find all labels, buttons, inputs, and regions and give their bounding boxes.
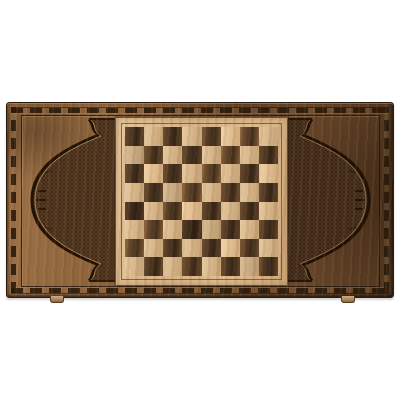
- board-square: [163, 239, 182, 258]
- board-square: [202, 164, 221, 183]
- board-square: [163, 127, 182, 146]
- board-square: [182, 146, 201, 165]
- board-square: [125, 164, 144, 183]
- board-square: [125, 127, 144, 146]
- board-square: [221, 183, 240, 202]
- board-square: [202, 220, 221, 239]
- board-square: [221, 239, 240, 258]
- board-square: [240, 146, 259, 165]
- right-arch-carving: [286, 119, 369, 281]
- board-square: [144, 183, 163, 202]
- board-square: [221, 257, 240, 276]
- board-square: [259, 127, 278, 146]
- board-square: [125, 220, 144, 239]
- board-square: [125, 202, 144, 221]
- board-square: [259, 146, 278, 165]
- board-square: [240, 202, 259, 221]
- board-square: [182, 257, 201, 276]
- board-square: [259, 257, 278, 276]
- right-arch-panel: [286, 103, 393, 297]
- board-square: [240, 239, 259, 258]
- board-square: [221, 220, 240, 239]
- board-square: [182, 202, 201, 221]
- board-square: [259, 202, 278, 221]
- board-square: [144, 164, 163, 183]
- board-square: [163, 164, 182, 183]
- left-foot: [50, 296, 64, 303]
- board-square: [144, 146, 163, 165]
- board-square: [163, 183, 182, 202]
- board-square: [202, 183, 221, 202]
- board-square: [163, 220, 182, 239]
- board-square: [202, 202, 221, 221]
- board-square: [125, 183, 144, 202]
- board-square: [240, 257, 259, 276]
- board-square: [163, 202, 182, 221]
- board-square: [125, 257, 144, 276]
- right-foot: [341, 296, 355, 303]
- board-square: [125, 146, 144, 165]
- board-square: [202, 239, 221, 258]
- board-square: [202, 127, 221, 146]
- board-square: [144, 202, 163, 221]
- board-square: [182, 164, 201, 183]
- board-square: [182, 183, 201, 202]
- board-square: [202, 146, 221, 165]
- board-square: [202, 257, 221, 276]
- board-square: [240, 127, 259, 146]
- wooden-case: [6, 102, 394, 298]
- board-square: [221, 202, 240, 221]
- board-square: [144, 257, 163, 276]
- board-square: [144, 220, 163, 239]
- left-arch-carving: [32, 119, 115, 281]
- board-square: [182, 239, 201, 258]
- board-square: [221, 164, 240, 183]
- board-square: [259, 164, 278, 183]
- board-square: [144, 127, 163, 146]
- board-square: [125, 239, 144, 258]
- board-square: [240, 220, 259, 239]
- chessboard-squares: [125, 127, 278, 276]
- board-square: [259, 183, 278, 202]
- board-square: [240, 164, 259, 183]
- board-square: [240, 183, 259, 202]
- chessboard-inlay: [115, 117, 288, 286]
- board-square: [221, 127, 240, 146]
- board-square: [259, 220, 278, 239]
- product-photo: [0, 0, 398, 398]
- board-square: [163, 146, 182, 165]
- board-square: [259, 239, 278, 258]
- board-square: [182, 127, 201, 146]
- board-square: [144, 239, 163, 258]
- board-square: [182, 220, 201, 239]
- board-square: [163, 257, 182, 276]
- left-arch-panel: [7, 103, 115, 297]
- board-square: [221, 146, 240, 165]
